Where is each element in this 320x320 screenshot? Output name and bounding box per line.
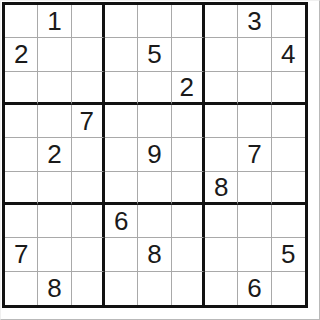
- cell-r3c1[interactable]: [5, 72, 38, 105]
- puzzle-image: 13254272978678586: [0, 0, 320, 320]
- cell-r5c6[interactable]: [172, 138, 205, 171]
- cell-r2c5[interactable]: 5: [138, 38, 171, 71]
- cell-r6c3[interactable]: [72, 172, 105, 205]
- cell-r8c3[interactable]: [72, 238, 105, 271]
- cell-r3c2[interactable]: [38, 72, 71, 105]
- cell-r5c9[interactable]: [272, 138, 305, 171]
- cell-r3c5[interactable]: [138, 72, 171, 105]
- cell-r3c8[interactable]: [238, 72, 271, 105]
- cell-r6c5[interactable]: [138, 172, 171, 205]
- sudoku-board: 13254272978678586: [2, 2, 308, 308]
- cell-r2c2[interactable]: [38, 38, 71, 71]
- cell-r2c3[interactable]: [72, 38, 105, 71]
- cell-r8c9[interactable]: 5: [272, 238, 305, 271]
- cell-r9c1[interactable]: [5, 272, 38, 305]
- cell-r1c5[interactable]: [138, 5, 171, 38]
- cell-r4c7[interactable]: [205, 105, 238, 138]
- cell-r9c9[interactable]: [272, 272, 305, 305]
- cell-r2c4[interactable]: [105, 38, 138, 71]
- cell-r1c3[interactable]: [72, 5, 105, 38]
- cell-r8c6[interactable]: [172, 238, 205, 271]
- cell-r5c8[interactable]: 7: [238, 138, 271, 171]
- cell-r6c6[interactable]: [172, 172, 205, 205]
- cell-r6c9[interactable]: [272, 172, 305, 205]
- cell-r1c1[interactable]: [5, 5, 38, 38]
- cell-r4c9[interactable]: [272, 105, 305, 138]
- cell-r7c2[interactable]: [38, 205, 71, 238]
- cell-r6c2[interactable]: [38, 172, 71, 205]
- cell-r6c8[interactable]: [238, 172, 271, 205]
- cell-r8c4[interactable]: [105, 238, 138, 271]
- cell-r6c7[interactable]: 8: [205, 172, 238, 205]
- cell-r4c5[interactable]: [138, 105, 171, 138]
- cell-r8c2[interactable]: [38, 238, 71, 271]
- cell-r5c4[interactable]: [105, 138, 138, 171]
- cell-r8c5[interactable]: 8: [138, 238, 171, 271]
- cell-r7c9[interactable]: [272, 205, 305, 238]
- cell-r1c8[interactable]: 3: [238, 5, 271, 38]
- cell-r2c9[interactable]: 4: [272, 38, 305, 71]
- cell-r7c3[interactable]: [72, 205, 105, 238]
- cell-r8c7[interactable]: [205, 238, 238, 271]
- cell-r2c6[interactable]: [172, 38, 205, 71]
- cell-r4c4[interactable]: [105, 105, 138, 138]
- cell-r8c1[interactable]: 7: [5, 238, 38, 271]
- cell-r3c9[interactable]: [272, 72, 305, 105]
- cell-r1c6[interactable]: [172, 5, 205, 38]
- cell-r5c1[interactable]: [5, 138, 38, 171]
- cell-r9c5[interactable]: [138, 272, 171, 305]
- cell-r9c2[interactable]: 8: [38, 272, 71, 305]
- cell-r7c8[interactable]: [238, 205, 271, 238]
- cell-r1c4[interactable]: [105, 5, 138, 38]
- cell-r7c1[interactable]: [5, 205, 38, 238]
- cell-r9c3[interactable]: [72, 272, 105, 305]
- cell-r9c7[interactable]: [205, 272, 238, 305]
- cell-r4c2[interactable]: [38, 105, 71, 138]
- cell-r3c7[interactable]: [205, 72, 238, 105]
- cell-r9c8[interactable]: 6: [238, 272, 271, 305]
- cell-r7c7[interactable]: [205, 205, 238, 238]
- cell-r4c8[interactable]: [238, 105, 271, 138]
- cell-r3c6[interactable]: 2: [172, 72, 205, 105]
- cell-r9c4[interactable]: [105, 272, 138, 305]
- cell-r3c4[interactable]: [105, 72, 138, 105]
- cell-r1c9[interactable]: [272, 5, 305, 38]
- cell-r8c8[interactable]: [238, 238, 271, 271]
- cell-r5c2[interactable]: 2: [38, 138, 71, 171]
- cell-r5c7[interactable]: [205, 138, 238, 171]
- cell-r6c1[interactable]: [5, 172, 38, 205]
- cell-r3c3[interactable]: [72, 72, 105, 105]
- cell-r4c6[interactable]: [172, 105, 205, 138]
- cell-r5c3[interactable]: [72, 138, 105, 171]
- cell-r1c7[interactable]: [205, 5, 238, 38]
- cell-r4c1[interactable]: [5, 105, 38, 138]
- cell-r1c2[interactable]: 1: [38, 5, 71, 38]
- cell-r6c4[interactable]: [105, 172, 138, 205]
- cell-r7c5[interactable]: [138, 205, 171, 238]
- cell-r2c7[interactable]: [205, 38, 238, 71]
- cell-r2c1[interactable]: 2: [5, 38, 38, 71]
- cell-r2c8[interactable]: [238, 38, 271, 71]
- cell-r4c3[interactable]: 7: [72, 105, 105, 138]
- cell-r9c6[interactable]: [172, 272, 205, 305]
- cell-r7c6[interactable]: [172, 205, 205, 238]
- cell-r5c5[interactable]: 9: [138, 138, 171, 171]
- cell-r7c4[interactable]: 6: [105, 205, 138, 238]
